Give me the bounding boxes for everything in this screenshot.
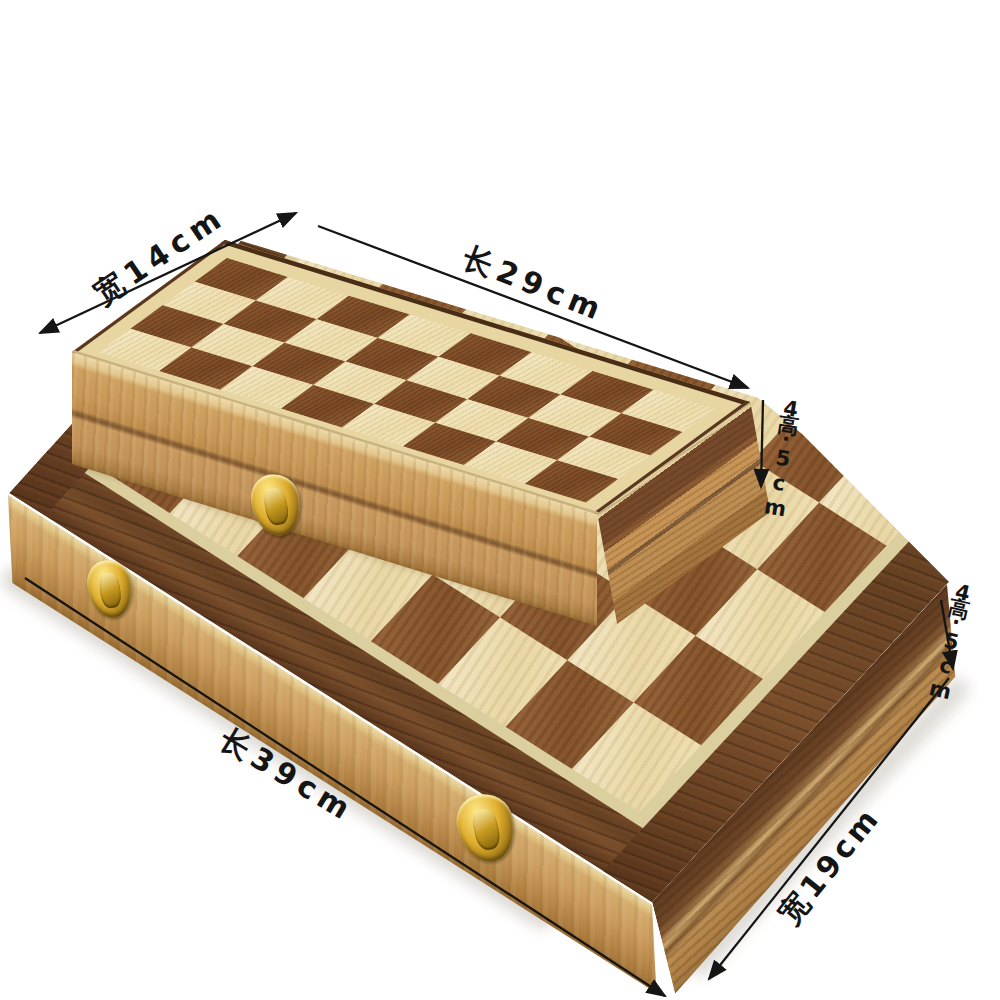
arrow-small-height <box>761 400 763 487</box>
arrow-large-width <box>709 678 949 979</box>
product-photo: 宽14cm 长29cm 高4.5cm 长39cm 宽19cm 高4.5cm <box>0 0 1000 1000</box>
